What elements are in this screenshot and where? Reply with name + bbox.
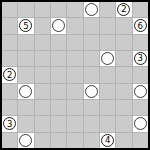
clue-number: 4 — [105, 136, 110, 145]
cell-r2c4[interactable] — [51, 18, 66, 33]
empty-circle-clue — [52, 19, 65, 32]
cell-r8c2[interactable] — [18, 116, 33, 131]
empty-circle-clue — [101, 52, 114, 65]
cell-r6c9[interactable] — [133, 84, 148, 99]
cell-r5c9[interactable] — [133, 67, 148, 82]
cell-r7c7[interactable] — [100, 100, 115, 115]
cell-r2c2[interactable]: 5 — [18, 18, 33, 33]
clue-number: 3 — [138, 54, 143, 63]
numbered-circle-clue: 3 — [134, 52, 147, 65]
cell-r5c5[interactable] — [67, 67, 82, 82]
empty-circle-clue — [134, 85, 147, 98]
cell-r9c9[interactable] — [133, 133, 148, 148]
cell-r2c3[interactable] — [35, 18, 50, 33]
cell-r7c1[interactable] — [2, 100, 17, 115]
cell-r1c1[interactable] — [2, 2, 17, 17]
cell-r5c3[interactable] — [35, 67, 50, 82]
numbered-circle-clue: 6 — [134, 19, 147, 32]
cell-r5c1[interactable]: 2 — [2, 67, 17, 82]
empty-circle-clue — [85, 85, 98, 98]
cell-r8c6[interactable] — [84, 116, 99, 131]
cell-r6c7[interactable] — [100, 84, 115, 99]
cell-r6c2[interactable] — [18, 84, 33, 99]
cell-r6c5[interactable] — [67, 84, 82, 99]
cell-r7c5[interactable] — [67, 100, 82, 115]
cell-r2c8[interactable] — [116, 18, 131, 33]
cell-r7c2[interactable] — [18, 100, 33, 115]
cell-r6c6[interactable] — [84, 84, 99, 99]
cell-r8c7[interactable] — [100, 116, 115, 131]
cell-r2c7[interactable] — [100, 18, 115, 33]
cell-r4c1[interactable] — [2, 51, 17, 66]
cell-r4c7[interactable] — [100, 51, 115, 66]
cell-r9c2[interactable] — [18, 133, 33, 148]
numbered-circle-clue: 2 — [3, 68, 16, 81]
cell-r3c4[interactable] — [51, 35, 66, 50]
cell-r1c8[interactable]: 2 — [116, 2, 131, 17]
cell-r8c9[interactable] — [133, 116, 148, 131]
cell-r7c4[interactable] — [51, 100, 66, 115]
cell-r4c9[interactable]: 3 — [133, 51, 148, 66]
empty-circle-clue — [134, 117, 147, 130]
cell-r1c6[interactable] — [84, 2, 99, 17]
puzzle-board: 2563234 — [0, 0, 150, 150]
clue-number: 5 — [23, 22, 28, 31]
empty-circle-clue — [85, 3, 98, 16]
cell-r4c6[interactable] — [84, 51, 99, 66]
cell-r5c2[interactable] — [18, 67, 33, 82]
cell-r2c6[interactable] — [84, 18, 99, 33]
cell-r9c1[interactable] — [2, 133, 17, 148]
cell-r4c4[interactable] — [51, 51, 66, 66]
cell-r2c5[interactable] — [67, 18, 82, 33]
cell-r1c5[interactable] — [67, 2, 82, 17]
cell-r4c2[interactable] — [18, 51, 33, 66]
cell-r5c6[interactable] — [84, 67, 99, 82]
cell-r9c7[interactable]: 4 — [100, 133, 115, 148]
cell-r9c5[interactable] — [67, 133, 82, 148]
cell-r2c9[interactable]: 6 — [133, 18, 148, 33]
cell-r3c2[interactable] — [18, 35, 33, 50]
cell-r2c1[interactable] — [2, 18, 17, 33]
cell-r3c9[interactable] — [133, 35, 148, 50]
cell-r9c3[interactable] — [35, 133, 50, 148]
numbered-circle-clue: 3 — [3, 117, 16, 130]
cell-r8c5[interactable] — [67, 116, 82, 131]
cell-r4c3[interactable] — [35, 51, 50, 66]
cell-r8c4[interactable] — [51, 116, 66, 131]
cell-r8c3[interactable] — [35, 116, 50, 131]
cell-r7c6[interactable] — [84, 100, 99, 115]
numbered-circle-clue: 2 — [117, 3, 130, 16]
cell-r1c7[interactable] — [100, 2, 115, 17]
cell-r6c3[interactable] — [35, 84, 50, 99]
clue-number: 3 — [7, 120, 12, 129]
cell-r3c3[interactable] — [35, 35, 50, 50]
cell-r9c4[interactable] — [51, 133, 66, 148]
cell-r4c8[interactable] — [116, 51, 131, 66]
cell-r5c8[interactable] — [116, 67, 131, 82]
cell-r8c8[interactable] — [116, 116, 131, 131]
numbered-circle-clue: 5 — [19, 19, 32, 32]
cell-r1c2[interactable] — [18, 2, 33, 17]
cell-r3c5[interactable] — [67, 35, 82, 50]
clue-number: 2 — [7, 71, 12, 80]
numbered-circle-clue: 4 — [101, 134, 114, 147]
cell-r1c4[interactable] — [51, 2, 66, 17]
cell-r9c6[interactable] — [84, 133, 99, 148]
clue-number: 2 — [121, 5, 126, 14]
cell-r8c1[interactable]: 3 — [2, 116, 17, 131]
cell-r3c1[interactable] — [2, 35, 17, 50]
cell-r6c4[interactable] — [51, 84, 66, 99]
cell-r6c8[interactable] — [116, 84, 131, 99]
cell-r1c3[interactable] — [35, 2, 50, 17]
cell-r3c8[interactable] — [116, 35, 131, 50]
empty-circle-clue — [19, 85, 32, 98]
clue-number: 6 — [138, 22, 143, 31]
cell-r5c7[interactable] — [100, 67, 115, 82]
cell-r7c9[interactable] — [133, 100, 148, 115]
cell-r3c7[interactable] — [100, 35, 115, 50]
cell-r7c8[interactable] — [116, 100, 131, 115]
cell-r1c9[interactable] — [133, 2, 148, 17]
empty-circle-clue — [19, 134, 32, 147]
cell-r5c4[interactable] — [51, 67, 66, 82]
cell-r7c3[interactable] — [35, 100, 50, 115]
cell-r9c8[interactable] — [116, 133, 131, 148]
cell-r3c6[interactable] — [84, 35, 99, 50]
cell-r6c1[interactable] — [2, 84, 17, 99]
cell-r4c5[interactable] — [67, 51, 82, 66]
